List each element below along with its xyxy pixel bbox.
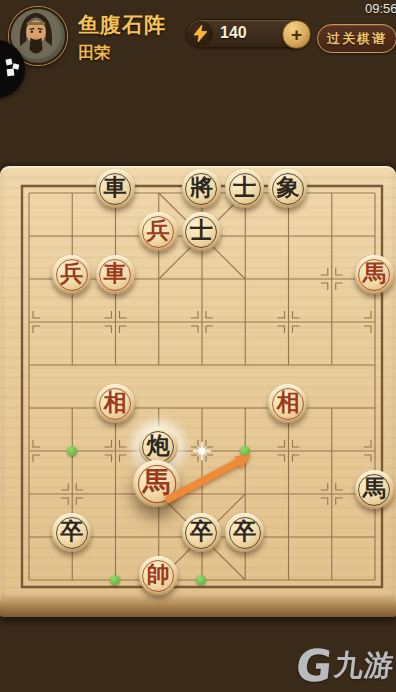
piece-black-elephant[interactable]: 象 (268, 169, 307, 208)
system-clock: 09:56 (365, 1, 396, 16)
piece-black-soldier[interactable]: 卒 (52, 513, 91, 552)
piece-glyph: 兵 (60, 262, 83, 285)
piece-glyph: 炮 (147, 434, 170, 457)
energy-count: 140 (220, 24, 247, 42)
piece-red-general[interactable]: 帥 (139, 556, 178, 595)
piece-red-horse[interactable]: 馬 (133, 460, 180, 507)
piece-red-elephant[interactable]: 相 (96, 384, 135, 423)
piece-black-soldier[interactable]: 卒 (182, 513, 221, 552)
piece-glyph: 象 (276, 176, 299, 199)
piece-glyph: 相 (276, 391, 299, 414)
piece-red-soldier[interactable]: 兵 (139, 212, 178, 251)
piece-black-soldier[interactable]: 卒 (225, 513, 264, 552)
piece-black-chariot[interactable]: 車 (96, 169, 135, 208)
stage-record-button[interactable]: 过关棋谱 (317, 24, 396, 53)
piece-black-advisor[interactable]: 士 (182, 212, 221, 251)
piece-glyph: 將 (190, 176, 213, 199)
piece-red-horse[interactable]: 馬 (355, 255, 394, 294)
piece-glyph: 車 (104, 262, 127, 285)
piece-glyph: 兵 (147, 219, 170, 242)
board-front-edge (0, 601, 396, 617)
piece-black-general[interactable]: 將 (182, 169, 221, 208)
add-energy-button[interactable]: + (282, 20, 311, 49)
piece-glyph: 馬 (142, 469, 170, 497)
piece-glyph: 士 (233, 176, 256, 199)
legal-move-dot[interactable] (110, 575, 120, 585)
piece-glyph: 士 (190, 219, 213, 242)
top-bar: 鱼腹石阵 田荣 140 + 过关棋谱 09:56 (0, 0, 396, 96)
player-name: 田荣 (78, 43, 166, 64)
level-title: 鱼腹石阵 (78, 11, 166, 39)
piece-glyph: 車 (104, 176, 127, 199)
piece-glyph: 馬 (363, 262, 386, 285)
piece-glyph: 卒 (233, 520, 256, 543)
piece-glyph: 馬 (363, 477, 386, 500)
watermark: G 九游 (294, 644, 396, 688)
plus-icon: + (291, 25, 302, 44)
puzzle-icon (5, 57, 20, 79)
nine-game-logo-icon: G (294, 644, 335, 688)
piece-red-soldier[interactable]: 兵 (52, 255, 91, 294)
energy-bolt-icon (188, 21, 213, 46)
piece-red-elephant[interactable]: 相 (268, 384, 307, 423)
stage-record-label: 过关棋谱 (327, 30, 387, 48)
watermark-text: 九游 (332, 646, 396, 686)
legal-move-dot[interactable] (196, 575, 206, 585)
piece-red-chariot[interactable]: 車 (96, 255, 135, 294)
piece-black-advisor[interactable]: 士 (225, 169, 264, 208)
legal-move-dot[interactable] (240, 446, 250, 456)
piece-glyph: 相 (104, 391, 127, 414)
piece-glyph: 帥 (147, 563, 170, 586)
legal-move-dot[interactable] (67, 446, 77, 456)
energy-pill: 140 + (186, 19, 309, 48)
piece-grid: 車將士象士兵兵車馬相相炮馬馬卒卒卒帥 (7, 171, 396, 601)
piece-black-horse[interactable]: 馬 (355, 470, 394, 509)
piece-glyph: 卒 (60, 520, 83, 543)
title-block: 鱼腹石阵 田荣 (78, 11, 166, 64)
piece-glyph: 卒 (190, 520, 213, 543)
